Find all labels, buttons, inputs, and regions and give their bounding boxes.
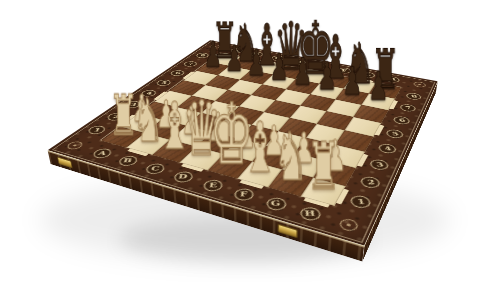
corner-rosette-sw [64,140,85,150]
file-label-north-a-label: A [233,49,239,52]
corner-rosette-se [337,217,359,233]
rank-label-west-8-label: 8 [200,54,206,57]
hinge-left [57,157,73,169]
rank-label-west-6-label: 6 [175,71,181,74]
rank-label-east-1-label: 1 [356,198,365,205]
rank-label-west-3-label: 3 [129,102,136,106]
rank-label-east-3-label: 3 [375,162,384,168]
rank-label-west-1-label: 1 [93,127,102,132]
file-label-north-e-label: E [318,65,324,68]
rank-label-east-5: 5 [385,128,405,139]
file-label-south-c-label: C [150,166,160,172]
file-label-south-e-label: E [208,182,217,188]
file-label-south-g: G [263,196,289,212]
file-label-north-d-label: D [296,61,303,64]
rank-label-east-7-label: 7 [404,106,412,110]
rank-label-east-2: 2 [359,175,382,190]
rank-label-east-6: 6 [392,115,411,125]
file-label-south-b: B [115,154,140,167]
file-label-north-g-label: G [364,73,372,76]
hinge-front [278,224,298,238]
rank-label-east-3: 3 [368,158,390,171]
rank-label-east-8-label: 8 [410,94,418,98]
rank-label-east-6-label: 6 [398,118,406,122]
file-label-south-c: C [142,162,167,176]
rank-label-west-5-label: 5 [161,81,168,84]
rank-label-east-2-label: 2 [366,179,375,185]
rank-label-west-4-label: 4 [146,91,153,95]
file-label-north-b-label: B [254,53,260,56]
file-label-south-a-label: A [97,151,107,156]
file-label-north-c-label: C [275,57,281,60]
file-label-north-f-label: F [341,69,347,72]
rank-label-east-4-label: 4 [383,146,391,151]
file-label-north-h-label: H [388,78,397,81]
file-label-south-d: D [170,170,195,184]
rank-label-west-2-label: 2 [112,114,120,118]
file-label-south-h-label: H [304,210,315,217]
file-label-south-f-label: F [239,191,247,198]
product-photo-scene: AA88BB77CC66DD55EE44FF33GG22HH11 ♜♞♝♛♚♝♞… [0,0,500,282]
rank-label-west-1: 1 [86,124,109,135]
file-label-south-g-label: G [271,200,281,207]
file-label-south-d-label: D [178,174,188,180]
file-label-south-b-label: B [123,158,133,164]
rank-label-west-2: 2 [105,112,127,122]
file-label-south-h: H [297,205,323,222]
rank-label-west-7-label: 7 [188,62,194,65]
file-label-south-e: E [200,178,225,193]
rank-label-east-1: 1 [348,194,372,210]
file-label-south-a: A [89,147,114,159]
file-label-south-f: F [231,187,257,202]
rank-label-east-5-label: 5 [391,131,399,136]
rank-label-east-4: 4 [377,142,398,154]
